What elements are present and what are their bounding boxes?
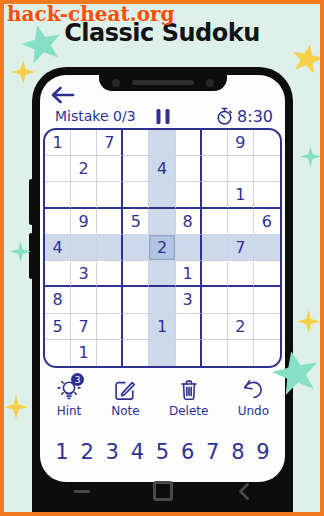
- trash-icon: [176, 377, 202, 403]
- app-screen: Mistake 0/3 8:30 1792419586427318357121: [40, 75, 285, 482]
- sparkle-icon: [297, 310, 320, 333]
- cell-r8c9[interactable]: [254, 314, 280, 340]
- numpad-7[interactable]: 7: [203, 440, 223, 464]
- undo-arrow-icon: [240, 377, 266, 403]
- timer: 8:30: [215, 107, 273, 126]
- cell-r9c6[interactable]: [176, 340, 202, 366]
- cell-r7c6[interactable]: 3: [176, 287, 202, 313]
- cell-r4c6[interactable]: 8: [176, 209, 202, 235]
- cell-r1c8[interactable]: 9: [228, 130, 254, 156]
- nav-back-button[interactable]: [236, 482, 251, 501]
- status-bar: Mistake 0/3 8:30: [40, 105, 285, 127]
- cell-r1c9[interactable]: [254, 130, 280, 156]
- cell-r4c2[interactable]: 9: [71, 209, 97, 235]
- cell-r9c2[interactable]: 1: [71, 340, 97, 366]
- cell-r7c4[interactable]: [123, 287, 149, 313]
- cell-r8c1[interactable]: 5: [45, 314, 71, 340]
- numpad-1[interactable]: 1: [52, 440, 72, 464]
- cell-r9c3[interactable]: [97, 340, 123, 366]
- cell-r8c3[interactable]: [97, 314, 123, 340]
- cell-r9c1[interactable]: [45, 340, 71, 366]
- numpad-2[interactable]: 2: [77, 440, 97, 464]
- cell-r4c8[interactable]: [228, 209, 254, 235]
- cell-r8c6[interactable]: [176, 314, 202, 340]
- camera-dot: [206, 79, 214, 87]
- cell-r9c7[interactable]: [202, 340, 228, 366]
- cell-r8c2[interactable]: 7: [71, 314, 97, 340]
- cell-r2c4[interactable]: [123, 156, 149, 182]
- volume-button: [29, 179, 33, 225]
- watermark-text: hack-cheat.org: [7, 2, 175, 26]
- cell-r5c9[interactable]: [254, 235, 280, 261]
- cell-r7c8[interactable]: [228, 287, 254, 313]
- cell-r6c4[interactable]: [123, 261, 149, 287]
- cell-r1c3[interactable]: 7: [97, 130, 123, 156]
- cell-r9c4[interactable]: [123, 340, 149, 366]
- cell-r1c7[interactable]: [202, 130, 228, 156]
- action-bar: 3 Hint Note: [40, 377, 285, 423]
- cell-r7c7[interactable]: [202, 287, 228, 313]
- cell-r8c4[interactable]: [123, 314, 149, 340]
- stopwatch-icon: [215, 107, 234, 126]
- numpad-9[interactable]: 9: [253, 440, 273, 464]
- cell-r4c7[interactable]: [202, 209, 228, 235]
- cell-r3c7[interactable]: [202, 182, 228, 208]
- cell-r7c1[interactable]: 8: [45, 287, 71, 313]
- cell-r8c8[interactable]: 2: [228, 314, 254, 340]
- timer-value: 8:30: [237, 107, 273, 126]
- cell-r9c8[interactable]: [228, 340, 254, 366]
- cell-r4c1[interactable]: [45, 209, 71, 235]
- cell-r5c4[interactable]: [123, 235, 149, 261]
- cell-r2c5[interactable]: 4: [149, 156, 175, 182]
- cell-r9c9[interactable]: [254, 340, 280, 366]
- numpad-5[interactable]: 5: [153, 440, 173, 464]
- cell-r2c1[interactable]: [45, 156, 71, 182]
- cell-r4c3[interactable]: [97, 209, 123, 235]
- cell-r2c8[interactable]: [228, 156, 254, 182]
- cell-r6c6[interactable]: 1: [176, 261, 202, 287]
- undo-button[interactable]: Undo: [238, 377, 269, 423]
- numpad-6[interactable]: 6: [178, 440, 198, 464]
- delete-button[interactable]: Delete: [169, 377, 208, 423]
- speaker-slot: [132, 80, 194, 85]
- sparkle-icon: [10, 241, 31, 262]
- cell-r5c5[interactable]: 2: [149, 235, 175, 261]
- cell-r3c1[interactable]: [45, 182, 71, 208]
- cell-r4c9[interactable]: 6: [254, 209, 280, 235]
- cell-r7c2[interactable]: [71, 287, 97, 313]
- sparkle-icon: [4, 395, 28, 419]
- cell-r4c4[interactable]: 5: [123, 209, 149, 235]
- cell-r7c3[interactable]: [97, 287, 123, 313]
- pause-button[interactable]: [156, 109, 169, 124]
- cell-r2c6[interactable]: [176, 156, 202, 182]
- note-button[interactable]: Note: [111, 377, 139, 423]
- page-frame: hack-cheat.org Classic Sudoku Mistake 0/…: [0, 0, 324, 516]
- cell-r5c3[interactable]: [97, 235, 123, 261]
- camera-dot: [112, 79, 120, 87]
- sparkle-icon: [300, 146, 321, 167]
- mistake-counter: Mistake 0/3: [55, 108, 136, 124]
- cell-r1c1[interactable]: 1: [45, 130, 71, 156]
- cell-r6c2[interactable]: 3: [71, 261, 97, 287]
- hint-count-badge: 3: [71, 373, 84, 386]
- cell-r1c2[interactable]: [71, 130, 97, 156]
- android-nav-bar: [32, 478, 293, 504]
- hint-button[interactable]: 3 Hint: [56, 377, 82, 423]
- sparkle-icon: [11, 60, 35, 84]
- cell-r5c6[interactable]: [176, 235, 202, 261]
- cell-r2c7[interactable]: [202, 156, 228, 182]
- phone-mockup: Mistake 0/3 8:30 1792419586427318357121: [32, 67, 293, 512]
- numpad-8[interactable]: 8: [228, 440, 248, 464]
- cell-r8c5[interactable]: 1: [149, 314, 175, 340]
- numpad-3[interactable]: 3: [102, 440, 122, 464]
- cell-r2c3[interactable]: [97, 156, 123, 182]
- cell-r6c8[interactable]: [228, 261, 254, 287]
- cell-r6c5[interactable]: [149, 261, 175, 287]
- cell-r5c7[interactable]: [202, 235, 228, 261]
- cell-r2c9[interactable]: [254, 156, 280, 182]
- cell-r3c8[interactable]: 1: [228, 182, 254, 208]
- cell-r6c7[interactable]: [202, 261, 228, 287]
- cell-r3c6[interactable]: [176, 182, 202, 208]
- number-pad: 123456789: [48, 437, 277, 467]
- cell-r6c9[interactable]: [254, 261, 280, 287]
- cell-r7c9[interactable]: [254, 287, 280, 313]
- cell-r5c2[interactable]: [71, 235, 97, 261]
- cell-r6c3[interactable]: [97, 261, 123, 287]
- cell-r1c4[interactable]: [123, 130, 149, 156]
- cell-r1c6[interactable]: [176, 130, 202, 156]
- cell-r3c4[interactable]: [123, 182, 149, 208]
- phone-notch: [99, 75, 227, 91]
- pencil-note-icon: [112, 377, 138, 403]
- cell-r5c1[interactable]: 4: [45, 235, 71, 261]
- cell-r7c5[interactable]: [149, 287, 175, 313]
- cell-r5c8[interactable]: 7: [228, 235, 254, 261]
- cell-r3c3[interactable]: [97, 182, 123, 208]
- cell-r3c9[interactable]: [254, 182, 280, 208]
- volume-button: [29, 233, 33, 279]
- cell-r3c5[interactable]: [149, 182, 175, 208]
- cell-r8c7[interactable]: [202, 314, 228, 340]
- cell-r4c5[interactable]: [149, 209, 175, 235]
- recents-button[interactable]: [74, 490, 90, 493]
- cell-r1c5[interactable]: [149, 130, 175, 156]
- cell-r3c2[interactable]: [71, 182, 97, 208]
- sudoku-board: 1792419586427318357121: [43, 128, 282, 368]
- cell-r2c2[interactable]: 2: [71, 156, 97, 182]
- cell-r9c5[interactable]: [149, 340, 175, 366]
- home-button[interactable]: [153, 481, 173, 501]
- cell-r6c1[interactable]: [45, 261, 71, 287]
- numpad-4[interactable]: 4: [127, 440, 147, 464]
